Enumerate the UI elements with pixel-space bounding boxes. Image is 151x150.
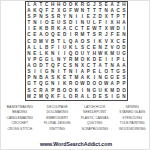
grid-cell: S: [51, 76, 54, 81]
grid-cell: F: [45, 9, 48, 14]
grid-cell: U: [57, 21, 60, 26]
grid-cell: F: [57, 95, 60, 100]
grid-cell: C: [116, 9, 119, 14]
grid-cell: Q: [51, 64, 55, 69]
grid-cell: R: [69, 82, 72, 87]
grid-cell: O: [33, 64, 37, 69]
grid-cell: L: [51, 58, 54, 63]
grid-cell: M: [39, 95, 43, 100]
grid-cell: X: [57, 9, 60, 14]
grid-cell: I: [82, 89, 83, 94]
grid-cell: Z: [105, 46, 108, 51]
grid-cell: R: [51, 27, 54, 32]
grid-cell: S: [45, 15, 48, 20]
grid-cell: A: [122, 64, 125, 69]
grid-cell: C: [116, 40, 119, 45]
grid-cell: L: [28, 3, 31, 8]
grid-cell: D: [69, 21, 72, 26]
grid-cell: I: [76, 15, 77, 20]
grid-cell: N: [81, 9, 84, 14]
grid-cell: O: [63, 3, 67, 8]
grid-cell: H: [93, 52, 96, 57]
grid-cell: O: [45, 21, 49, 26]
grid-cell: P: [122, 82, 125, 87]
grid-cell: C: [33, 89, 36, 94]
grid-cell: B: [45, 46, 48, 51]
grid-cell: N: [69, 15, 72, 20]
grid-cell: I: [94, 76, 95, 81]
grid-cell: G: [116, 70, 120, 75]
grid-cell: A: [27, 64, 30, 69]
grid-cell: A: [110, 3, 113, 8]
grid-cell: I: [123, 27, 124, 32]
grid-cell: Z: [117, 3, 120, 8]
grid-cell: N: [99, 46, 102, 51]
grid-cell: S: [93, 33, 96, 38]
grid-cell: N: [69, 70, 72, 75]
grid-cell: I: [76, 70, 77, 75]
grid-cell: G: [45, 58, 49, 63]
grid-cell: T: [93, 64, 96, 69]
grid-cell: C: [87, 64, 90, 69]
grid-cell: U: [87, 21, 90, 26]
grid-cell: E: [33, 33, 36, 38]
grid-cell: H: [116, 21, 119, 26]
grid-cell: P: [87, 70, 90, 75]
grid-cell: R: [75, 95, 78, 100]
grid-cell: A: [122, 21, 125, 26]
grid-cell: E: [117, 33, 120, 38]
grid-cell: I: [58, 82, 59, 87]
grid-cell: P: [33, 15, 36, 20]
grid-cell: K: [39, 27, 42, 32]
grid-cell: M: [75, 76, 79, 81]
grid-cell: N: [33, 21, 36, 26]
grid-cell: I: [64, 52, 65, 57]
word-list-item: WOODWORKING: [114, 127, 151, 132]
grid-cell: G: [110, 76, 114, 81]
grid-cell: E: [93, 70, 96, 75]
grid-cell: K: [33, 9, 36, 14]
grid-cell: Z: [93, 15, 96, 20]
grid-cell: I: [58, 46, 59, 51]
grid-cell: S: [122, 76, 125, 81]
grid-cell: L: [63, 95, 66, 100]
grid-cell: M: [110, 52, 114, 57]
grid-cell: A: [45, 76, 48, 81]
grid-cell: E: [87, 15, 90, 20]
grid-cell: E: [63, 76, 66, 81]
grid-cell: G: [45, 70, 49, 75]
grid-cell: P: [117, 82, 120, 87]
grid-cell: Q: [39, 9, 43, 14]
grid-cell: D: [33, 40, 36, 45]
grid-cell: S: [69, 64, 72, 69]
grid-cell: C: [27, 40, 30, 45]
grid-cell: P: [117, 15, 120, 20]
grid-cell: X: [111, 21, 114, 26]
grid-cell: K: [45, 52, 48, 57]
grid-cell: G: [104, 76, 108, 81]
grid-cell: I: [82, 15, 83, 20]
grid-cell: T: [81, 27, 84, 32]
word-list-item: KNITTING: [39, 127, 77, 132]
grid-cell: N: [122, 33, 125, 38]
grid-cell: K: [63, 82, 66, 87]
grid-cell: S: [27, 15, 30, 20]
grid-cell: D: [122, 46, 125, 51]
grid-cell: A: [110, 9, 113, 14]
grid-cell: G: [87, 3, 91, 8]
grid-cell: N: [122, 95, 125, 100]
grid-cell: B: [57, 89, 60, 94]
grid-cell: T: [39, 3, 42, 8]
grid-cell: G: [63, 9, 67, 14]
grid-cell: D: [93, 95, 96, 100]
grid-cell: O: [104, 70, 108, 75]
grid-cell: D: [63, 33, 66, 38]
grid-cell: T: [87, 9, 90, 14]
grid-cell: G: [93, 89, 97, 94]
word-list-item: SCRAPBOOKING: [76, 127, 114, 132]
grid-cell: B: [39, 76, 42, 81]
grid-cell: W: [98, 52, 102, 57]
grid-cell: A: [45, 89, 48, 94]
grid-cell: O: [69, 95, 73, 100]
grid-cell: N: [39, 15, 42, 20]
grid-cell: N: [81, 21, 84, 26]
grid-cell: R: [81, 3, 84, 8]
wordsearch-grid: LATCHHOOKRGJSEAZHAKQFZXGFWNTTTNACSSPNSSR…: [25, 1, 128, 101]
word-list-item: CROSS STITCH: [1, 127, 39, 132]
grid-cell: N: [57, 58, 60, 63]
grid-cell: U: [99, 89, 102, 94]
grid-cell: I: [76, 21, 77, 26]
grid-cell: I: [40, 21, 41, 26]
grid-cell: O: [69, 89, 73, 94]
grid-cell: I: [94, 40, 95, 45]
grid-cell: S: [81, 46, 84, 51]
grid-cell: C: [27, 33, 30, 38]
grid-cell: X: [105, 27, 108, 32]
grid-cell: U: [63, 46, 66, 51]
grid-cell: T: [99, 27, 102, 32]
grid-cell: X: [81, 64, 84, 69]
grid-cell: T: [93, 9, 96, 14]
grid-cell: F: [69, 9, 72, 14]
grid-cell: M: [81, 33, 85, 38]
grid-cell: O: [75, 82, 79, 87]
grid-cell: P: [51, 89, 54, 94]
grid-cell: E: [93, 46, 96, 51]
grid-cell: Q: [69, 52, 73, 57]
grid-cell: F: [111, 33, 114, 38]
grid-cell: O: [81, 58, 85, 63]
grid-cell: S: [105, 95, 108, 100]
grid-cell: Y: [63, 58, 66, 63]
grid-cell: A: [27, 9, 30, 14]
grid-cell: D: [93, 58, 96, 63]
grid-cell: I: [106, 58, 107, 63]
grid-cell: P: [33, 58, 36, 63]
grid-cell: N: [99, 76, 102, 81]
grid-cell: M: [27, 95, 31, 100]
grid-cell: B: [51, 40, 54, 45]
grid-cell: E: [117, 76, 120, 81]
grid-cell: V: [45, 40, 48, 45]
grid-cell: V: [105, 40, 108, 45]
grid-cell: A: [99, 64, 102, 69]
grid-cell: K: [99, 40, 102, 45]
grid-cell: K: [69, 46, 72, 51]
grid-cell: A: [39, 33, 42, 38]
grid-cell: K: [57, 27, 60, 32]
grid-cell: C: [69, 27, 72, 32]
grid-cell: A: [75, 40, 78, 45]
grid-cell: U: [81, 52, 84, 57]
grid-cell: E: [99, 58, 102, 63]
grid-cell: N: [75, 64, 78, 69]
grid-cell: N: [51, 52, 54, 57]
grid-cell: G: [122, 52, 126, 57]
grid-cell: O: [116, 46, 120, 51]
grid-cell: T: [63, 70, 66, 75]
grid-cell: N: [33, 76, 36, 81]
grid-cell: H: [57, 3, 60, 8]
grid-cell: T: [99, 9, 102, 14]
grid-cell: L: [93, 21, 96, 26]
grid-cell: J: [105, 33, 108, 38]
grid-cell: E: [33, 27, 36, 32]
grid-cell: U: [116, 52, 119, 57]
grid-cell: I: [112, 95, 113, 100]
grid-cell: P: [117, 58, 120, 63]
grid-cell: S: [87, 40, 90, 45]
grid-cell: K: [75, 3, 78, 8]
grid-cell: A: [63, 27, 66, 32]
grid-cell: D: [87, 82, 90, 87]
grid-cell: O: [93, 82, 97, 87]
grid-cell: C: [75, 27, 78, 32]
grid-cell: B: [45, 27, 48, 32]
grid-cell: G: [45, 82, 49, 87]
grid-cell: Q: [69, 40, 73, 45]
grid-cell: A: [81, 76, 84, 81]
grid-cell: I: [58, 70, 59, 75]
grid-cell: S: [27, 89, 30, 94]
grid-cell: D: [116, 27, 119, 32]
grid-cell: L: [39, 46, 42, 51]
grid-cell: S: [99, 3, 102, 8]
grid-cell: T: [111, 70, 114, 75]
grid-cell: Q: [51, 33, 55, 38]
word-column: LATCH HOOKNEEDLEPOINTPLASTIC CANVASQUILT…: [76, 105, 114, 132]
grid-cell: O: [69, 3, 73, 8]
grid-cell: M: [75, 58, 79, 63]
grid-cell: I: [112, 58, 113, 63]
grid-cell: O: [63, 89, 67, 94]
grid-cell: O: [98, 82, 102, 87]
grid-cell: O: [45, 33, 49, 38]
grid-cell: E: [122, 40, 125, 45]
grid-cell: A: [33, 3, 36, 8]
grid-cell: L: [75, 46, 78, 51]
grid-cell: O: [81, 40, 85, 45]
grid-cell: N: [51, 70, 54, 75]
word-list: BASKETMAKINGBEADINGCANDLEMAKINGCROCHETCR…: [1, 105, 150, 132]
grid-cell: A: [110, 82, 113, 87]
grid-cell: R: [75, 33, 78, 38]
grid-cell: C: [63, 64, 66, 69]
grid-cell: Y: [63, 15, 66, 20]
grid-cell: T: [34, 82, 37, 87]
grid-cell: K: [87, 58, 90, 63]
grid-cell: C: [87, 46, 90, 51]
grid-cell: T: [123, 15, 126, 20]
grid-cell: D: [99, 15, 102, 20]
grid-cell: W: [74, 9, 78, 14]
grid-cell: Z: [34, 95, 37, 100]
grid-cell: R: [99, 33, 102, 38]
grid-cell: T: [45, 64, 48, 69]
grid-cell: A: [27, 46, 30, 51]
grid-cell: I: [34, 70, 35, 75]
grid-cell: P: [27, 76, 30, 81]
grid-cell: F: [51, 46, 54, 51]
grid-cell: T: [87, 33, 90, 38]
grid-cell: T: [111, 15, 114, 20]
grid-cell: K: [87, 76, 90, 81]
grid-cell: K: [57, 76, 60, 81]
grid-cell: T: [69, 76, 72, 81]
grid-cell: W: [92, 27, 96, 32]
grid-cell: W: [104, 82, 108, 87]
grid-cell: G: [27, 82, 31, 87]
grid-cell: A: [116, 64, 119, 69]
grid-cell: M: [110, 89, 114, 94]
grid-cell: I: [70, 33, 71, 38]
grid-cell: D: [116, 89, 119, 94]
grid-cell: S: [27, 70, 30, 75]
grid-cell: K: [105, 89, 108, 94]
grid-cell: N: [105, 9, 108, 14]
grid-cell: S: [51, 15, 54, 20]
grid-cell: I: [40, 70, 41, 75]
grid-cell: I: [28, 27, 29, 32]
grid-cell: I: [58, 52, 59, 57]
grid-cell: X: [105, 15, 108, 20]
footer-url: www.WordSearchAddict.com: [1, 141, 150, 147]
grid-cell: A: [81, 95, 84, 100]
grid-cell: T: [105, 64, 108, 69]
grid-cell: G: [39, 58, 43, 63]
grid-cell: F: [99, 21, 102, 26]
word-column: SEWINGSTAINED GLASSSTENCILINGTOLE PAINTI…: [114, 105, 151, 132]
grid-cell: E: [105, 3, 108, 8]
grid-cell: L: [63, 40, 66, 45]
grid-cell: E: [99, 95, 102, 100]
grid-cell: O: [122, 89, 126, 94]
grid-cell: L: [39, 52, 42, 57]
grid-cell: E: [87, 27, 90, 32]
grid-cell: V: [111, 46, 114, 51]
grid-cell: E: [57, 33, 60, 38]
grid-cell: X: [111, 40, 114, 45]
grid-cell: S: [63, 21, 66, 26]
word-column: BASKETMAKINGBEADINGCANDLEMAKINGCROCHETCR…: [1, 105, 39, 132]
grid-cell: N: [51, 82, 54, 87]
grid-cell: S: [122, 9, 125, 14]
grid-cell: W: [110, 27, 114, 32]
grid-cell: H: [51, 3, 54, 8]
word-search-page: LATCHHOOKRGJSEAZHAKQFZXGFWNTTTNACSSPNSSR…: [0, 0, 150, 150]
grid-cell: Q: [45, 95, 49, 100]
grid-cell: N: [110, 64, 113, 69]
grid-cell: O: [75, 52, 79, 57]
grid-cell: N: [27, 52, 30, 57]
grid-cell: L: [99, 70, 102, 75]
grid-cell: Q: [39, 82, 43, 87]
grid-cell: N: [87, 89, 90, 94]
grid-cell: I: [106, 21, 107, 26]
grid-cell: K: [51, 95, 54, 100]
grid-cell: H: [122, 3, 125, 8]
grid-cell: C: [45, 3, 48, 8]
grid-cell: R: [69, 58, 72, 63]
grid-cell: W: [80, 82, 84, 87]
grid-cell: K: [105, 52, 108, 57]
grid-cell: E: [33, 52, 36, 57]
grid-cell: M: [39, 40, 43, 45]
grid-cell: L: [87, 95, 90, 100]
grid-cell: E: [51, 21, 54, 26]
grid-cell: R: [39, 89, 42, 94]
grid-cell: J: [93, 3, 96, 8]
word-column: DECOUPAGEDOLLMAKINGEMBROIDERYFLORAL DESI…: [39, 105, 77, 132]
grid-cell: F: [57, 64, 60, 69]
grid-cell: G: [116, 95, 120, 100]
grid-cell: V: [27, 58, 30, 63]
grid-cell: D: [39, 64, 42, 69]
grid-cell: R: [57, 15, 60, 20]
grid-cell: L: [34, 46, 37, 51]
grid-cell: S: [122, 70, 125, 75]
grid-cell: L: [123, 58, 126, 63]
grid-cell: Z: [51, 9, 54, 14]
grid-cell: A: [81, 70, 84, 75]
grid-cell: T: [57, 40, 60, 45]
grid-cell: Y: [87, 52, 90, 57]
grid-cell: K: [75, 89, 78, 94]
grid-cell: T: [28, 21, 31, 26]
